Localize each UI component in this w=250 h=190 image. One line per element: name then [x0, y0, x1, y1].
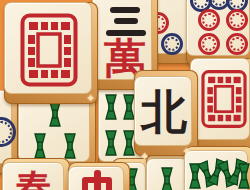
tile-face	[190, 58, 250, 140]
bamboo-icon	[237, 163, 250, 189]
red-dragon-box-icon	[82, 177, 112, 190]
tile-white-dragon-1[interactable]	[4, 2, 98, 104]
tile-face	[146, 158, 188, 190]
tile-face: 萬	[92, 0, 152, 80]
dot-icon	[198, 33, 220, 55]
white-dragon-frame-icon	[20, 13, 78, 87]
bamboo-icon	[104, 130, 118, 156]
dot-icon	[161, 33, 183, 55]
dot-icon	[226, 33, 248, 55]
tile-face	[4, 2, 92, 94]
sparkle-icon: ✦	[182, 146, 191, 157]
spring-character: 春	[11, 167, 57, 190]
tile-face: 北	[134, 76, 192, 146]
tile-face: 春	[2, 162, 64, 190]
dot-icon	[226, 9, 248, 31]
bamboo-icon	[63, 133, 77, 159]
tile-north-wind[interactable]: 北	[134, 70, 198, 156]
stroke-three-icon	[110, 7, 140, 13]
bamboo-icon	[160, 167, 174, 190]
tile-bamboo-8[interactable]	[184, 146, 250, 190]
white-dragon-frame-icon	[201, 68, 247, 130]
stroke-three-icon	[114, 18, 138, 24]
sparkle-icon: ✦	[140, 151, 149, 162]
tile-red-dragon[interactable]	[68, 162, 130, 190]
tile-face	[186, 0, 250, 56]
tile-face	[184, 150, 248, 190]
mahjong-board: 萬 北 春	[0, 0, 250, 190]
dot-icon	[198, 9, 220, 31]
tile-dots-7[interactable]	[186, 0, 250, 66]
bamboo-icon	[104, 94, 118, 120]
tile-spring-season[interactable]: 春	[2, 158, 70, 190]
dot-icon	[0, 117, 16, 147]
tile-face	[68, 166, 124, 190]
bamboo-icon	[33, 133, 47, 159]
sparkle-icon: ✦	[86, 93, 95, 104]
north-character: 北	[138, 81, 190, 143]
bamboo-icon	[48, 101, 62, 127]
tile-white-dragon-2[interactable]	[190, 58, 250, 150]
